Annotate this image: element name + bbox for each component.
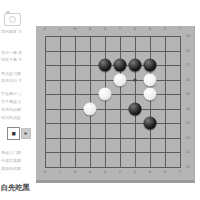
col-label: K — [44, 27, 46, 31]
col-label: O — [104, 27, 107, 31]
row-label: 12 — [186, 136, 190, 140]
col-label: R — [149, 170, 151, 174]
col-label: S — [164, 27, 166, 31]
white-stone-P16 — [114, 73, 127, 86]
sidebar-item[interactable]: 中级提高题 — [1, 159, 21, 163]
row-label: 10 — [186, 165, 190, 169]
white-stone-R16 — [144, 73, 157, 86]
sidebar: 我的题库 ②每日一题·黑先吃子题 ③死活练习题黑先吃白 ⑤手筋题目 ○官子题练习… — [0, 0, 35, 200]
col-label: K — [44, 170, 46, 174]
row-label: 18 — [186, 49, 190, 53]
black-stone-P17 — [114, 59, 127, 72]
white-stone-O15 — [99, 88, 112, 101]
sidebar-item[interactable]: 官子题练习 — [1, 100, 21, 104]
black-stone-Q14 — [129, 102, 142, 115]
col-label: N — [89, 27, 92, 31]
sidebar-item[interactable]: 我的题库 ② — [1, 30, 22, 34]
col-label: T — [179, 170, 181, 174]
black-stone-Q17 — [129, 59, 142, 72]
sidebar-item[interactable]: 基础入门题 — [1, 151, 21, 155]
col-label: N — [89, 170, 92, 174]
col-label: M — [73, 170, 76, 174]
sidebar-item[interactable]: 死活练习题 — [1, 72, 21, 76]
col-label: Q — [134, 27, 137, 31]
black-stone-R17 — [144, 59, 157, 72]
prev-problem-button[interactable]: ■ — [7, 127, 20, 140]
go-board: KLMNOPQRSTKLMNOPQRST19181716151413121110 — [36, 26, 195, 183]
col-label: Q — [134, 170, 137, 174]
col-label: R — [149, 27, 151, 31]
col-label: M — [73, 27, 76, 31]
row-label: 13 — [186, 121, 190, 125]
row-label: 16 — [186, 78, 190, 82]
star-point — [134, 78, 137, 81]
row-label: 15 — [186, 92, 190, 96]
col-label: P — [119, 170, 121, 174]
sidebar-item[interactable]: 黑先吃白 ⑤ — [1, 79, 22, 83]
sidebar-footer-label: 白先吃黑 — [1, 183, 30, 193]
row-label: 17 — [186, 63, 190, 67]
next-problem-button[interactable]: ▸ — [21, 128, 31, 139]
col-label: T — [179, 27, 181, 31]
sidebar-item[interactable]: 布局知识题 — [1, 108, 21, 112]
sidebar-item[interactable]: 手筋题目 ○ — [1, 92, 22, 96]
board-grid[interactable] — [45, 36, 181, 168]
sidebar-item[interactable]: 每日一题·黑 — [1, 51, 22, 55]
sidebar-item[interactable]: 高级挑战题 — [1, 167, 21, 171]
row-label: 14 — [186, 107, 190, 111]
black-stone-R13 — [144, 117, 157, 130]
camera-icon[interactable] — [4, 13, 21, 26]
sidebar-item[interactable]: 先吃子题 ③ — [1, 58, 22, 62]
white-stone-N14 — [84, 102, 97, 115]
white-stone-R15 — [144, 88, 157, 101]
col-label: P — [119, 27, 121, 31]
col-label: S — [164, 170, 166, 174]
col-label: L — [59, 170, 61, 174]
col-label: L — [59, 27, 61, 31]
sidebar-item[interactable]: 双叫吃训练 — [1, 116, 21, 120]
black-stone-O17 — [99, 59, 112, 72]
col-label: O — [104, 170, 107, 174]
row-label: 19 — [186, 34, 190, 38]
row-label: 11 — [186, 150, 190, 154]
